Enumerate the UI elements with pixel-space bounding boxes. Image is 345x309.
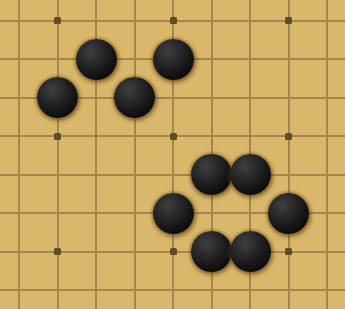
star-point [170, 17, 177, 24]
grid-line-horizontal [0, 174, 345, 176]
grid-line-horizontal [0, 289, 345, 291]
black-stone [114, 77, 155, 118]
black-stone [268, 193, 309, 234]
grid-line-vertical [18, 0, 20, 309]
grid-line-vertical [326, 0, 328, 309]
black-stone [230, 231, 271, 272]
black-stone [191, 231, 232, 272]
grid-line-vertical [134, 0, 136, 309]
grid-line-vertical [288, 0, 290, 309]
go-board[interactable] [0, 0, 345, 309]
black-stone [76, 39, 117, 80]
star-point [285, 248, 292, 255]
star-point [285, 17, 292, 24]
black-stone [153, 193, 194, 234]
black-stone [191, 154, 232, 195]
star-point [54, 17, 61, 24]
star-point [54, 133, 61, 140]
grid-line-vertical [57, 0, 59, 309]
star-point [285, 133, 292, 140]
star-point [170, 133, 177, 140]
star-point [170, 248, 177, 255]
black-stone [37, 77, 78, 118]
black-stone [153, 39, 194, 80]
star-point [54, 248, 61, 255]
black-stone [230, 154, 271, 195]
